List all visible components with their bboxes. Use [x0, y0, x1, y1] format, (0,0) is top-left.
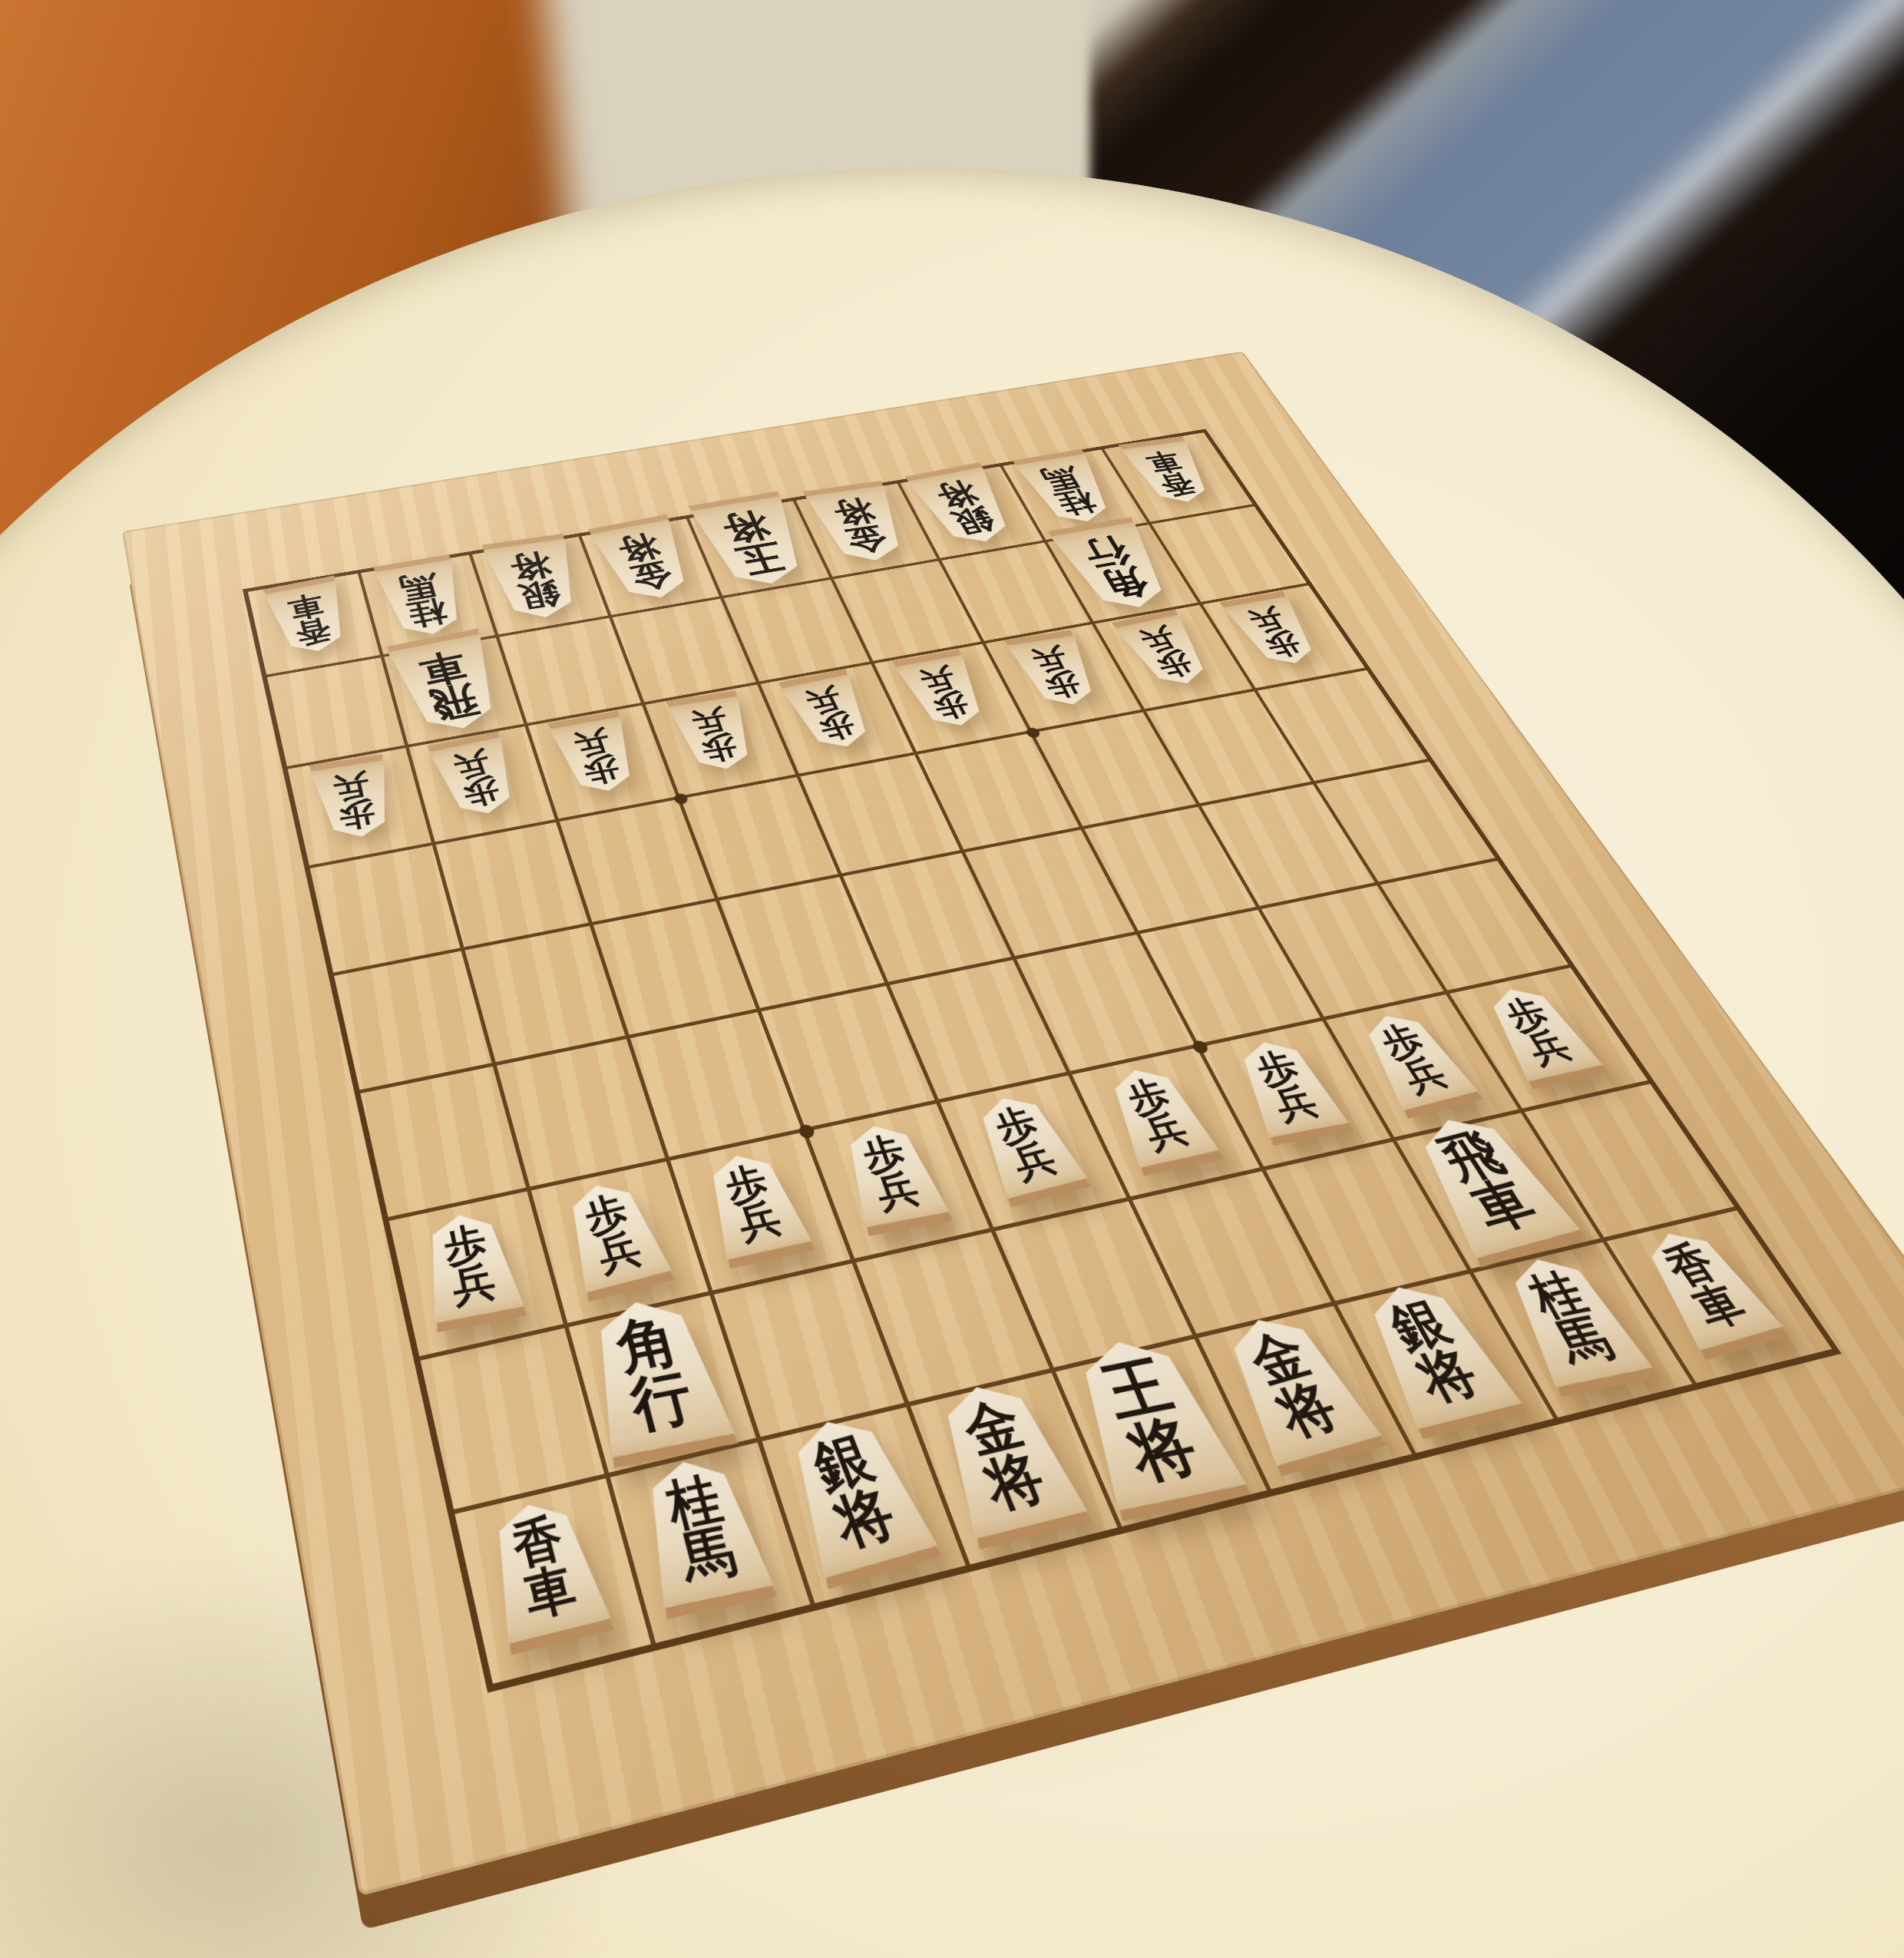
piece-gote-rook-8b: 飛車 [385, 633, 514, 737]
piece-gote-pawn-6c: 歩兵 [663, 695, 767, 776]
piece-sente-silver-7i: 銀将 [769, 1407, 941, 1578]
square-3f [1139, 909, 1325, 1047]
star-point [1190, 1039, 1210, 1054]
piece-kanji: 歩兵 [546, 716, 648, 798]
piece-kanji: 歩兵 [1112, 614, 1222, 690]
square-6h [856, 1231, 1056, 1406]
square-6g [807, 1103, 996, 1262]
piece-sente-pawn-2g: 歩兵 [1347, 1007, 1481, 1111]
square-2h [1397, 1112, 1607, 1272]
piece-kanji: 歩兵 [1004, 635, 1110, 710]
square-4i [1198, 1305, 1416, 1490]
piece-kanji: 歩兵 [1222, 1035, 1353, 1139]
square-9e [334, 951, 497, 1093]
square-2i [1473, 1241, 1697, 1417]
piece-gote-silver-3a: 銀将 [905, 467, 1027, 549]
square-5f [890, 959, 1071, 1103]
piece-sente-pawn-4g: 歩兵 [1092, 1061, 1223, 1169]
square-8h [569, 1295, 762, 1477]
square-4g [1072, 1047, 1266, 1200]
star-point [797, 1123, 816, 1139]
piece-kanji: 歩兵 [1092, 1061, 1223, 1169]
piece-sente-gold-4i: 金将 [1205, 1307, 1385, 1467]
piece-kanji: 玉将 [686, 495, 822, 592]
piece-kanji: 歩兵 [1346, 1006, 1482, 1112]
piece-sente-pawn-1g: 歩兵 [1470, 981, 1606, 1082]
piece-gote-pawn-2c: 歩兵 [1112, 614, 1221, 690]
piece-kanji: 歩兵 [1221, 595, 1331, 670]
piece-kanji: 歩兵 [778, 673, 884, 755]
square-7e [593, 901, 762, 1038]
square-8g [531, 1160, 714, 1327]
piece-kanji: 金将 [917, 1374, 1092, 1540]
piece-sente-knight-2i: 桂馬 [1486, 1249, 1658, 1391]
square-9f [360, 1065, 531, 1220]
shogi-board: 香車桂馬銀将金将玉将金将銀将桂馬香車飛車角行歩兵歩兵歩兵歩兵歩兵歩兵歩兵歩兵歩兵… [122, 351, 1904, 1896]
square-3i [1337, 1273, 1558, 1454]
piece-gote-bishop-2b: 角行 [1046, 521, 1186, 616]
square-7g [670, 1131, 856, 1294]
piece-kanji: 歩兵 [306, 759, 402, 843]
piece-gote-lance-1a: 香車 [1118, 439, 1225, 508]
piece-sente-silver-3i: 銀将 [1344, 1275, 1527, 1430]
piece-gote-pawn-4c: 歩兵 [892, 654, 999, 733]
piece-sente-pawn-3g: 歩兵 [1221, 1034, 1353, 1139]
square-7i [762, 1406, 970, 1603]
piece-gote-pawn-7c: 歩兵 [546, 716, 648, 798]
piece-kanji: 銀将 [768, 1406, 943, 1580]
piece-sente-pawn-6g: 歩兵 [828, 1117, 954, 1229]
piece-kanji: 王将 [1052, 1329, 1252, 1512]
square-6i [911, 1371, 1122, 1564]
piece-sente-bishop-8h: 角行 [570, 1289, 742, 1461]
piece-gote-pawn-3c: 歩兵 [1003, 634, 1112, 711]
piece-kanji: 香車 [260, 580, 358, 659]
piece-gote-silver-7a: 銀将 [478, 537, 593, 624]
piece-sente-pawn-7g: 歩兵 [692, 1146, 816, 1261]
piece-kanji: 金将 [802, 485, 921, 566]
piece-kanji: 金将 [1203, 1305, 1386, 1468]
square-5g [940, 1074, 1132, 1231]
piece-kanji: 歩兵 [892, 654, 999, 733]
board-top-surface: 香車桂馬銀将金将玉将金将銀将桂馬香車飛車角行歩兵歩兵歩兵歩兵歩兵歩兵歩兵歩兵歩兵… [122, 351, 1904, 1896]
piece-kanji: 飛車 [1393, 1106, 1585, 1260]
square-5i [1056, 1338, 1271, 1526]
piece-gote-knight-2a: 桂馬 [1012, 453, 1126, 528]
piece-kanji: 歩兵 [412, 1207, 528, 1325]
piece-kanji: 香車 [1625, 1222, 1787, 1352]
piece-gote-pawn-1c: 歩兵 [1221, 595, 1331, 670]
piece-kanji: 歩兵 [551, 1175, 676, 1295]
piece-gote-pawn-9c: 歩兵 [306, 759, 404, 844]
piece-gote-lance-9a: 香車 [262, 580, 357, 658]
piece-kanji: 歩兵 [1470, 981, 1606, 1082]
square-3g [1200, 1020, 1397, 1170]
piece-sente-rook-2h: 飛車 [1394, 1107, 1585, 1258]
piece-sente-pawn-9g: 歩兵 [410, 1206, 530, 1326]
square-8f [497, 1038, 670, 1190]
piece-kanji: 歩兵 [425, 736, 527, 822]
piece-kanji: 桂馬 [1012, 453, 1126, 528]
square-9h [420, 1327, 610, 1514]
piece-kanji: 歩兵 [960, 1088, 1091, 1200]
piece-kanji: 桂馬 [1487, 1250, 1658, 1389]
square-4f [1016, 934, 1200, 1074]
square-1g [1449, 967, 1650, 1112]
square-7f [630, 1011, 807, 1160]
square-8e [465, 925, 630, 1065]
piece-gote-pawn-8c: 歩兵 [427, 737, 527, 821]
piece-sente-king-5i: 王将 [1050, 1328, 1254, 1514]
piece-sente-gold-6i: 金将 [917, 1374, 1092, 1540]
piece-kanji: 銀将 [904, 466, 1028, 550]
square-3h [1265, 1141, 1473, 1305]
piece-gote-king-5a: 玉将 [686, 495, 822, 592]
piece-gote-knight-8a: 桂馬 [371, 559, 476, 642]
piece-kanji: 香車 [474, 1492, 615, 1645]
square-9g [389, 1190, 569, 1361]
piece-sente-pawn-8g: 歩兵 [552, 1176, 674, 1293]
square-1i [1606, 1210, 1832, 1383]
square-5h [996, 1200, 1198, 1371]
square-9i [455, 1477, 656, 1684]
square-6f [762, 985, 940, 1132]
piece-sente-lance-1i: 香車 [1626, 1223, 1787, 1351]
piece-kanji: 角行 [571, 1291, 740, 1460]
piece-gote-pawn-5c: 歩兵 [778, 674, 884, 754]
piece-sente-lance-9i: 香車 [474, 1492, 615, 1645]
piece-sente-knight-8i: 桂馬 [624, 1450, 780, 1612]
piece-kanji: 銀将 [1344, 1275, 1527, 1430]
square-4h [1132, 1170, 1337, 1338]
square-7h [714, 1262, 911, 1441]
piece-kanji: 桂馬 [371, 559, 476, 642]
piece-kanji: 桂馬 [626, 1451, 778, 1610]
piece-kanji: 金将 [586, 518, 705, 606]
square-8i [610, 1441, 815, 1643]
pieces-layer: 香車桂馬銀将金将玉将金将銀将桂馬香車飛車角行歩兵歩兵歩兵歩兵歩兵歩兵歩兵歩兵歩兵… [243, 430, 1823, 1678]
perspective-scene: 香車桂馬銀将金将玉将金将銀将桂馬香車飛車角行歩兵歩兵歩兵歩兵歩兵歩兵歩兵歩兵歩兵… [0, 0, 1904, 1958]
piece-kanji: 香車 [1119, 440, 1224, 507]
piece-kanji: 歩兵 [829, 1118, 954, 1228]
piece-gote-gold-4a: 金将 [801, 484, 921, 567]
piece-kanji: 飛車 [384, 633, 515, 739]
piece-sente-pawn-5g: 歩兵 [962, 1089, 1090, 1199]
piece-kanji: 歩兵 [664, 696, 765, 775]
piece-gote-gold-6a: 金将 [587, 519, 704, 605]
piece-kanji: 角行 [1046, 521, 1186, 616]
piece-kanji: 歩兵 [692, 1146, 816, 1261]
square-2g [1326, 994, 1525, 1141]
square-1h [1525, 1083, 1737, 1241]
piece-kanji: 銀将 [479, 538, 591, 624]
